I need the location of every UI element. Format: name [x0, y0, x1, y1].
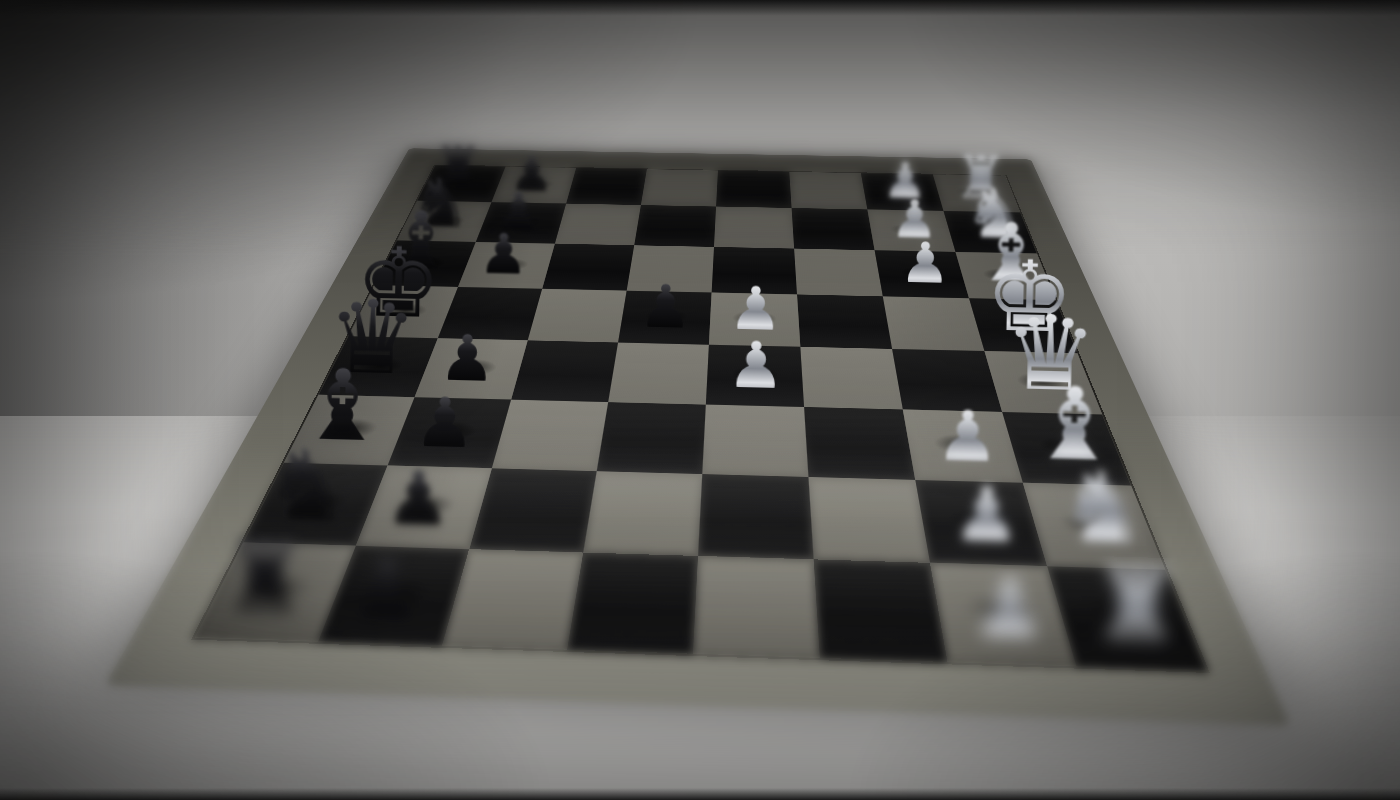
- square-d5[interactable]: [608, 342, 709, 404]
- square-e3[interactable]: [797, 294, 892, 348]
- piece-black-pawn-f7[interactable]: ♟: [478, 228, 528, 282]
- piece-white-pawn-b2[interactable]: ♟: [951, 478, 1021, 552]
- square-e6[interactable]: [528, 289, 627, 343]
- square-g4[interactable]: [714, 207, 794, 249]
- board-grid: ♜♟♟♜♞♟♟♞♝♟♟♝♚♟♟♚♛♟♟♛♝♟♟♝♞♟♟♞♜♟♟♜: [191, 165, 1210, 673]
- square-c6[interactable]: [492, 400, 608, 472]
- square-a1[interactable]: ♜: [1047, 566, 1206, 670]
- square-e2[interactable]: [883, 296, 985, 351]
- square-c4[interactable]: [702, 404, 808, 476]
- square-b2[interactable]: ♟: [915, 480, 1047, 566]
- square-g3[interactable]: [792, 208, 875, 250]
- piece-white-pawn-a2[interactable]: ♟: [971, 568, 1048, 649]
- square-h3[interactable]: [789, 172, 867, 210]
- square-b5[interactable]: [583, 471, 702, 556]
- chess-board: ♜♟♟♜♞♟♟♞♝♟♟♝♚♟♟♚♛♟♟♛♝♟♟♝♞♟♟♞♜♟♟♜: [105, 148, 1291, 726]
- square-f2[interactable]: ♟: [875, 250, 969, 298]
- square-g5[interactable]: [634, 205, 716, 247]
- square-b3[interactable]: [808, 477, 930, 563]
- piece-black-pawn-d7[interactable]: ♟: [438, 328, 496, 390]
- square-c3[interactable]: [804, 407, 915, 480]
- square-h4[interactable]: [716, 171, 792, 208]
- piece-black-knight-b8[interactable]: ♞: [263, 438, 350, 532]
- piece-white-pawn-c2[interactable]: ♟: [935, 403, 999, 471]
- square-f7[interactable]: ♟: [458, 242, 555, 289]
- piece-black-pawn-a7[interactable]: ♟: [349, 549, 423, 629]
- square-g6[interactable]: [555, 204, 641, 246]
- square-d6[interactable]: [511, 340, 618, 402]
- piece-black-pawn-b7[interactable]: ♟: [384, 463, 452, 536]
- piece-white-pawn-f2[interactable]: ♟: [899, 236, 951, 290]
- square-h5[interactable]: [641, 169, 718, 206]
- chessboard-photo: ♜♟♟♜♞♟♟♞♝♟♟♝♚♟♟♚♛♟♟♛♝♟♟♝♞♟♟♞♜♟♟♜: [0, 0, 1400, 800]
- square-d3[interactable]: [800, 347, 903, 410]
- piece-black-rook-a8[interactable]: ♜: [221, 530, 309, 625]
- square-a6[interactable]: [442, 549, 583, 649]
- square-a3[interactable]: [814, 559, 948, 662]
- square-h6[interactable]: [566, 168, 647, 205]
- square-e5[interactable]: ♟: [618, 291, 712, 345]
- square-b6[interactable]: [469, 468, 597, 552]
- piece-white-pawn-d4[interactable]: ♟: [726, 335, 785, 397]
- square-a4[interactable]: [693, 556, 820, 658]
- square-b4[interactable]: [698, 474, 814, 559]
- piece-white-knight-b1[interactable]: ♞: [1057, 459, 1148, 555]
- piece-white-rook-a1[interactable]: ♜: [1090, 555, 1183, 653]
- perspective-scene: ♜♟♟♜♞♟♟♞♝♟♟♝♚♟♟♚♛♟♟♛♝♟♟♝♞♟♟♞♜♟♟♜: [0, 0, 1400, 800]
- square-f6[interactable]: [542, 244, 634, 291]
- square-a8[interactable]: ♜: [195, 542, 356, 641]
- square-d4[interactable]: ♟: [706, 345, 804, 407]
- piece-black-pawn-e5[interactable]: ♟: [638, 278, 692, 336]
- square-a5[interactable]: [567, 553, 698, 654]
- square-f3[interactable]: [794, 249, 883, 297]
- piece-black-pawn-c7[interactable]: ♟: [413, 390, 475, 457]
- square-c5[interactable]: [597, 402, 706, 474]
